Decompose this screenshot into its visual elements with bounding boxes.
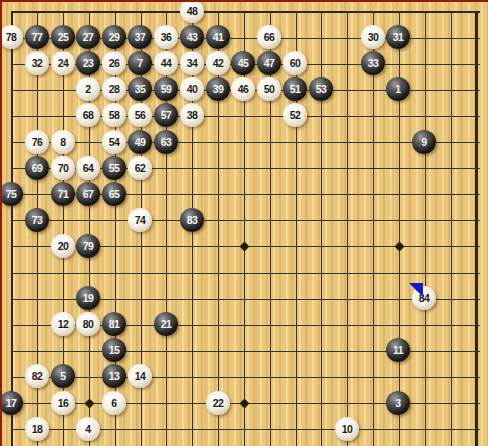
move-number: 17 bbox=[6, 398, 17, 409]
move-number: 62 bbox=[135, 163, 146, 174]
move-number: 68 bbox=[83, 110, 94, 121]
stone-19-black: 19 bbox=[76, 286, 100, 310]
move-number: 75 bbox=[6, 189, 17, 200]
stone-68-white: 68 bbox=[76, 103, 100, 127]
grid-line-vertical bbox=[11, 11, 13, 446]
stone-32-white: 32 bbox=[25, 51, 49, 75]
move-number: 29 bbox=[109, 32, 120, 43]
stone-37-black: 37 bbox=[128, 25, 152, 49]
move-number: 42 bbox=[213, 58, 224, 69]
stone-43-black: 43 bbox=[180, 25, 204, 49]
stone-2-white: 2 bbox=[76, 77, 100, 101]
last-move-marker bbox=[409, 283, 423, 297]
move-number: 32 bbox=[32, 58, 43, 69]
move-number: 13 bbox=[109, 371, 120, 382]
grid-line-vertical bbox=[451, 11, 452, 446]
move-number: 23 bbox=[83, 58, 94, 69]
stone-77-black: 77 bbox=[25, 25, 49, 49]
stone-41-black: 41 bbox=[206, 25, 230, 49]
stone-50-white: 50 bbox=[257, 77, 281, 101]
stone-23-black: 23 bbox=[76, 51, 100, 75]
move-number: 65 bbox=[109, 189, 120, 200]
stone-82-white: 82 bbox=[25, 364, 49, 388]
move-number: 74 bbox=[135, 215, 146, 226]
grid-line-vertical bbox=[475, 11, 478, 446]
move-number: 52 bbox=[290, 110, 301, 121]
stone-53-black: 53 bbox=[309, 77, 333, 101]
move-number: 6 bbox=[111, 398, 116, 409]
stone-45-black: 45 bbox=[231, 51, 255, 75]
grid-line-horizontal bbox=[11, 142, 480, 143]
move-number: 76 bbox=[32, 137, 43, 148]
stone-3-black: 3 bbox=[386, 391, 410, 415]
stone-28-white: 28 bbox=[102, 77, 126, 101]
move-number: 41 bbox=[213, 32, 224, 43]
move-number: 43 bbox=[187, 32, 198, 43]
stone-74-white: 74 bbox=[128, 208, 152, 232]
stone-14-white: 14 bbox=[128, 364, 152, 388]
move-number: 7 bbox=[137, 58, 142, 69]
stone-6-white: 6 bbox=[102, 391, 126, 415]
stone-5-black: 5 bbox=[51, 364, 75, 388]
move-number: 56 bbox=[135, 110, 146, 121]
stone-73-black: 73 bbox=[25, 208, 49, 232]
stone-64-white: 64 bbox=[76, 156, 100, 180]
stone-31-black: 31 bbox=[386, 25, 410, 49]
move-number: 35 bbox=[135, 84, 146, 95]
stone-51-black: 51 bbox=[283, 77, 307, 101]
stone-35-black: 35 bbox=[128, 77, 152, 101]
grid-line-horizontal bbox=[11, 220, 480, 221]
move-number: 24 bbox=[58, 58, 69, 69]
move-number: 51 bbox=[290, 84, 301, 95]
stone-38-white: 38 bbox=[180, 103, 204, 127]
move-number: 38 bbox=[187, 110, 198, 121]
move-number: 1 bbox=[395, 84, 400, 95]
move-number: 31 bbox=[393, 32, 404, 43]
stone-47-black: 47 bbox=[257, 51, 281, 75]
screen-edge-top bbox=[0, 0, 488, 2]
stone-62-white: 62 bbox=[128, 156, 152, 180]
move-number: 4 bbox=[85, 424, 90, 435]
stone-76-white: 76 bbox=[25, 130, 49, 154]
stone-78-white: 78 bbox=[0, 25, 23, 49]
stone-20-white: 20 bbox=[51, 234, 75, 258]
stone-30-white: 30 bbox=[361, 25, 385, 49]
move-number: 3 bbox=[395, 398, 400, 409]
move-number: 36 bbox=[161, 32, 172, 43]
stone-13-black: 13 bbox=[102, 364, 126, 388]
star-point bbox=[85, 399, 95, 409]
move-number: 12 bbox=[58, 319, 69, 330]
move-number: 20 bbox=[58, 241, 69, 252]
move-number: 59 bbox=[161, 84, 172, 95]
stone-58-white: 58 bbox=[102, 103, 126, 127]
stone-44-white: 44 bbox=[154, 51, 178, 75]
move-number: 57 bbox=[161, 110, 172, 121]
stone-11-black: 11 bbox=[386, 338, 410, 362]
stone-42-white: 42 bbox=[206, 51, 230, 75]
move-number: 18 bbox=[32, 424, 43, 435]
move-number: 67 bbox=[83, 189, 94, 200]
go-board[interactable]: 1234567891011121314151617181920212223242… bbox=[0, 0, 488, 446]
move-number: 25 bbox=[58, 32, 69, 43]
stone-54-white: 54 bbox=[102, 130, 126, 154]
move-number: 8 bbox=[60, 137, 65, 148]
move-number: 77 bbox=[32, 32, 43, 43]
stone-12-white: 12 bbox=[51, 312, 75, 336]
stone-65-black: 65 bbox=[102, 182, 126, 206]
stone-83-black: 83 bbox=[180, 208, 204, 232]
stone-84-white: 84 bbox=[412, 286, 436, 310]
move-number: 71 bbox=[58, 189, 69, 200]
move-number: 69 bbox=[32, 163, 43, 174]
move-number: 16 bbox=[58, 398, 69, 409]
stone-75-black: 75 bbox=[0, 182, 23, 206]
stone-7-black: 7 bbox=[128, 51, 152, 75]
star-point bbox=[395, 242, 405, 252]
star-point bbox=[240, 242, 250, 252]
move-number: 78 bbox=[6, 32, 17, 43]
move-number: 11 bbox=[393, 345, 403, 356]
move-number: 60 bbox=[290, 58, 301, 69]
move-number: 22 bbox=[213, 398, 224, 409]
move-number: 10 bbox=[342, 424, 353, 435]
stone-59-black: 59 bbox=[154, 77, 178, 101]
move-number: 47 bbox=[264, 58, 275, 69]
move-number: 81 bbox=[109, 319, 120, 330]
move-number: 49 bbox=[135, 137, 146, 148]
move-number: 48 bbox=[187, 6, 198, 17]
stone-27-black: 27 bbox=[76, 25, 100, 49]
move-number: 54 bbox=[109, 137, 120, 148]
stone-63-black: 63 bbox=[154, 130, 178, 154]
stone-9-black: 9 bbox=[412, 130, 436, 154]
stone-71-black: 71 bbox=[51, 182, 75, 206]
move-number: 33 bbox=[368, 58, 379, 69]
stone-57-black: 57 bbox=[154, 103, 178, 127]
move-number: 73 bbox=[32, 215, 43, 226]
move-number: 40 bbox=[187, 84, 198, 95]
stone-36-white: 36 bbox=[154, 25, 178, 49]
stone-69-black: 69 bbox=[25, 156, 49, 180]
stone-39-black: 39 bbox=[206, 77, 230, 101]
move-number: 82 bbox=[32, 371, 43, 382]
move-number: 28 bbox=[109, 84, 120, 95]
stone-22-white: 22 bbox=[206, 391, 230, 415]
move-number: 21 bbox=[161, 319, 172, 330]
stone-55-black: 55 bbox=[102, 156, 126, 180]
move-number: 66 bbox=[264, 32, 275, 43]
stone-33-black: 33 bbox=[361, 51, 385, 75]
move-number: 45 bbox=[238, 58, 249, 69]
move-number: 55 bbox=[109, 163, 120, 174]
stone-16-white: 16 bbox=[51, 391, 75, 415]
move-number: 80 bbox=[83, 319, 94, 330]
move-number: 14 bbox=[135, 371, 146, 382]
stone-29-black: 29 bbox=[102, 25, 126, 49]
stone-79-black: 79 bbox=[76, 234, 100, 258]
stone-67-black: 67 bbox=[76, 182, 100, 206]
move-number: 50 bbox=[264, 84, 275, 95]
stone-80-white: 80 bbox=[76, 312, 100, 336]
stone-17-black: 17 bbox=[0, 391, 23, 415]
stone-46-white: 46 bbox=[231, 77, 255, 101]
stone-15-black: 15 bbox=[102, 338, 126, 362]
stone-21-black: 21 bbox=[154, 312, 178, 336]
grid-line-horizontal bbox=[11, 377, 480, 378]
move-number: 83 bbox=[187, 215, 198, 226]
screen-edge-left bbox=[0, 0, 2, 446]
stone-49-black: 49 bbox=[128, 130, 152, 154]
stone-25-black: 25 bbox=[51, 25, 75, 49]
move-number: 58 bbox=[109, 110, 120, 121]
stone-4-white: 4 bbox=[76, 417, 100, 441]
move-number: 44 bbox=[161, 58, 172, 69]
stone-10-white: 10 bbox=[335, 417, 359, 441]
move-number: 5 bbox=[60, 371, 65, 382]
move-number: 39 bbox=[213, 84, 224, 95]
move-number: 30 bbox=[368, 32, 379, 43]
move-number: 46 bbox=[238, 84, 249, 95]
move-number: 15 bbox=[109, 345, 120, 356]
stone-60-white: 60 bbox=[283, 51, 307, 75]
move-number: 26 bbox=[109, 58, 120, 69]
move-number: 27 bbox=[83, 32, 94, 43]
move-number: 79 bbox=[83, 241, 94, 252]
stone-48-white: 48 bbox=[180, 0, 204, 23]
move-number: 64 bbox=[83, 163, 94, 174]
stone-24-white: 24 bbox=[51, 51, 75, 75]
move-number: 37 bbox=[135, 32, 146, 43]
stone-81-black: 81 bbox=[102, 312, 126, 336]
stone-34-white: 34 bbox=[180, 51, 204, 75]
stone-66-white: 66 bbox=[257, 25, 281, 49]
grid-line-vertical bbox=[373, 11, 374, 446]
grid-line-vertical bbox=[425, 11, 426, 446]
move-number: 2 bbox=[85, 84, 90, 95]
move-number: 63 bbox=[161, 137, 172, 148]
star-point bbox=[240, 399, 250, 409]
stone-40-white: 40 bbox=[180, 77, 204, 101]
grid-line-horizontal bbox=[11, 273, 480, 274]
stone-26-white: 26 bbox=[102, 51, 126, 75]
grid-line-horizontal bbox=[11, 11, 480, 13]
move-number: 9 bbox=[421, 137, 426, 148]
move-number: 34 bbox=[187, 58, 198, 69]
stone-56-white: 56 bbox=[128, 103, 152, 127]
grid-line-vertical bbox=[347, 11, 348, 446]
stone-18-white: 18 bbox=[25, 417, 49, 441]
move-number: 70 bbox=[58, 163, 69, 174]
stone-52-white: 52 bbox=[283, 103, 307, 127]
move-number: 19 bbox=[83, 293, 94, 304]
stone-70-white: 70 bbox=[51, 156, 75, 180]
move-number: 53 bbox=[316, 84, 327, 95]
stone-1-black: 1 bbox=[386, 77, 410, 101]
stone-8-white: 8 bbox=[51, 130, 75, 154]
